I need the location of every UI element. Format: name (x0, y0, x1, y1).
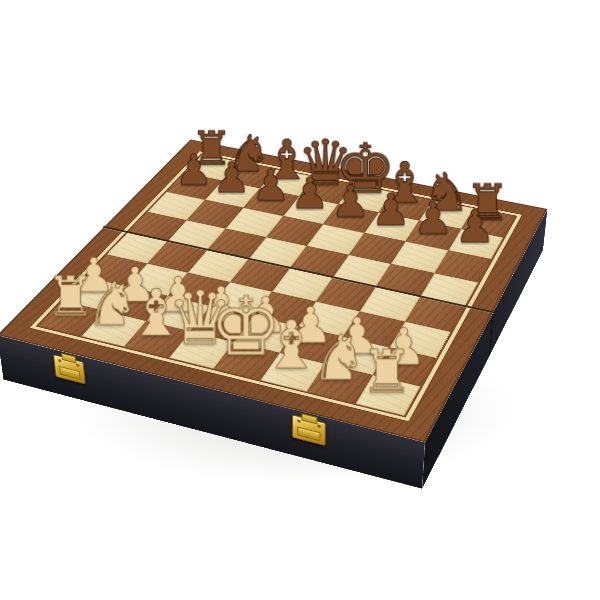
brass-clasp-right (292, 414, 326, 446)
product-photo-scene: ♜♞♝♛♚♝♞♜♟♟♟♟♟♟♟♟♟♟♟♟♟♟♟♟♜♞♝♛♚♝♞♜ (0, 0, 600, 600)
clasp-bar (297, 427, 320, 442)
piece-black-pawn[interactable]: ♟ (413, 196, 453, 241)
clasp-screw (297, 419, 300, 422)
clasp-screw (76, 363, 79, 366)
clasp-bar (59, 366, 81, 380)
piece-black-pawn[interactable]: ♟ (213, 156, 251, 199)
piece-black-pawn[interactable]: ♟ (455, 204, 495, 249)
square-d5[interactable] (248, 237, 307, 268)
piece-black-pawn[interactable]: ♟ (251, 164, 290, 207)
piece-white-rook[interactable]: ♜ (361, 342, 414, 401)
piece-black-pawn[interactable]: ♟ (175, 149, 213, 191)
piece-black-pawn[interactable]: ♟ (330, 179, 369, 223)
piece-black-pawn[interactable]: ♟ (290, 172, 329, 215)
clasp-screw (318, 424, 321, 427)
piece-black-pawn[interactable]: ♟ (371, 188, 411, 232)
piece-white-knight[interactable]: ♞ (311, 327, 367, 390)
chess-box: ♜♞♝♛♚♝♞♜♟♟♟♟♟♟♟♟♟♟♟♟♟♟♟♟♜♞♝♛♚♝♞♜ (0, 139, 548, 442)
clasp-screw (58, 359, 61, 362)
brass-clasp-left (53, 354, 86, 384)
